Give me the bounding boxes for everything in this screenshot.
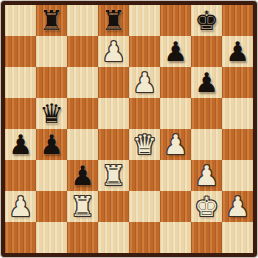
white-pawn[interactable]: ♟ [132, 67, 156, 98]
square-h1[interactable] [222, 222, 253, 253]
square-d6[interactable] [98, 67, 129, 98]
square-g3[interactable]: ♟ [191, 160, 222, 191]
square-e2[interactable] [129, 191, 160, 222]
white-pawn[interactable]: ♟ [101, 36, 125, 67]
white-king[interactable]: ♚ [194, 191, 218, 222]
white-queen[interactable]: ♛ [132, 129, 156, 160]
square-f3[interactable] [160, 160, 191, 191]
square-c2[interactable]: ♜ [67, 191, 98, 222]
square-h7[interactable]: ♟ [222, 36, 253, 67]
chess-diagram: ♜♜♚♟♟♟♟♟♛♟♟♛♟♟♜♟♟♜♚♟ [0, 0, 258, 258]
chess-board[interactable]: ♜♜♚♟♟♟♟♟♛♟♟♛♟♟♜♟♟♜♚♟ [5, 5, 253, 253]
square-b1[interactable] [36, 222, 67, 253]
black-pawn[interactable]: ♟ [70, 160, 94, 191]
square-e6[interactable]: ♟ [129, 67, 160, 98]
square-d8[interactable]: ♜ [98, 5, 129, 36]
square-c4[interactable] [67, 129, 98, 160]
square-h2[interactable]: ♟ [222, 191, 253, 222]
square-g4[interactable] [191, 129, 222, 160]
square-b2[interactable] [36, 191, 67, 222]
square-h3[interactable] [222, 160, 253, 191]
black-pawn[interactable]: ♟ [8, 129, 32, 160]
square-b4[interactable]: ♟ [36, 129, 67, 160]
black-pawn[interactable]: ♟ [163, 36, 187, 67]
square-h8[interactable] [222, 5, 253, 36]
square-c6[interactable] [67, 67, 98, 98]
square-g8[interactable]: ♚ [191, 5, 222, 36]
square-b3[interactable] [36, 160, 67, 191]
square-f2[interactable] [160, 191, 191, 222]
white-rook[interactable]: ♜ [70, 191, 94, 222]
square-c5[interactable] [67, 98, 98, 129]
square-g7[interactable] [191, 36, 222, 67]
black-pawn[interactable]: ♟ [39, 129, 63, 160]
black-pawn[interactable]: ♟ [225, 36, 249, 67]
white-pawn[interactable]: ♟ [8, 191, 32, 222]
square-a6[interactable] [5, 67, 36, 98]
square-a7[interactable] [5, 36, 36, 67]
square-f4[interactable]: ♟ [160, 129, 191, 160]
square-a1[interactable] [5, 222, 36, 253]
square-g1[interactable] [191, 222, 222, 253]
square-h5[interactable] [222, 98, 253, 129]
white-pawn[interactable]: ♟ [194, 160, 218, 191]
square-c8[interactable] [67, 5, 98, 36]
square-g5[interactable] [191, 98, 222, 129]
square-a2[interactable]: ♟ [5, 191, 36, 222]
black-pawn[interactable]: ♟ [194, 67, 218, 98]
square-e4[interactable]: ♛ [129, 129, 160, 160]
black-queen[interactable]: ♛ [39, 98, 63, 129]
square-e1[interactable] [129, 222, 160, 253]
square-f5[interactable] [160, 98, 191, 129]
white-pawn[interactable]: ♟ [163, 129, 187, 160]
square-b6[interactable] [36, 67, 67, 98]
square-e3[interactable] [129, 160, 160, 191]
square-g6[interactable]: ♟ [191, 67, 222, 98]
black-rook[interactable]: ♜ [101, 5, 125, 36]
board-frame: ♜♜♚♟♟♟♟♟♛♟♟♛♟♟♜♟♟♜♚♟ [0, 0, 258, 258]
square-e7[interactable] [129, 36, 160, 67]
square-b7[interactable] [36, 36, 67, 67]
black-king[interactable]: ♚ [194, 5, 218, 36]
square-e5[interactable] [129, 98, 160, 129]
square-e8[interactable] [129, 5, 160, 36]
square-b5[interactable]: ♛ [36, 98, 67, 129]
square-h4[interactable] [222, 129, 253, 160]
square-d1[interactable] [98, 222, 129, 253]
square-d3[interactable]: ♜ [98, 160, 129, 191]
square-a4[interactable]: ♟ [5, 129, 36, 160]
square-d4[interactable] [98, 129, 129, 160]
square-h6[interactable] [222, 67, 253, 98]
square-d2[interactable] [98, 191, 129, 222]
white-rook[interactable]: ♜ [101, 160, 125, 191]
square-d7[interactable]: ♟ [98, 36, 129, 67]
black-rook[interactable]: ♜ [39, 5, 63, 36]
square-a5[interactable] [5, 98, 36, 129]
square-c3[interactable]: ♟ [67, 160, 98, 191]
white-pawn[interactable]: ♟ [225, 191, 249, 222]
square-d5[interactable] [98, 98, 129, 129]
square-g2[interactable]: ♚ [191, 191, 222, 222]
square-a3[interactable] [5, 160, 36, 191]
square-f7[interactable]: ♟ [160, 36, 191, 67]
square-f1[interactable] [160, 222, 191, 253]
square-b8[interactable]: ♜ [36, 5, 67, 36]
square-f6[interactable] [160, 67, 191, 98]
square-a8[interactable] [5, 5, 36, 36]
square-f8[interactable] [160, 5, 191, 36]
square-c1[interactable] [67, 222, 98, 253]
square-c7[interactable] [67, 36, 98, 67]
